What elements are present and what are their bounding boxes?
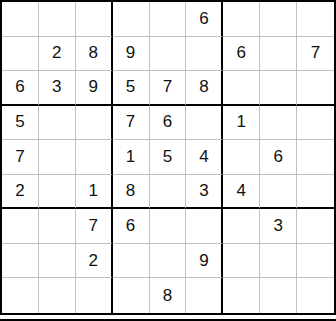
cell-r7c6[interactable] bbox=[186, 209, 223, 244]
cell-r1c8[interactable] bbox=[260, 2, 297, 37]
cell-r2c7[interactable]: 6 bbox=[223, 37, 260, 72]
cell-r9c6[interactable] bbox=[186, 278, 223, 313]
cell-r4c1[interactable]: 5 bbox=[2, 106, 39, 141]
cell-r6c3[interactable]: 1 bbox=[76, 175, 113, 210]
cell-r7c2[interactable] bbox=[39, 209, 76, 244]
cell-r3c8[interactable] bbox=[260, 71, 297, 106]
cell-r7c8[interactable]: 3 bbox=[260, 209, 297, 244]
cell-r3c7[interactable] bbox=[223, 71, 260, 106]
cell-r7c5[interactable] bbox=[150, 209, 187, 244]
cell-r1c4[interactable] bbox=[113, 2, 150, 37]
cell-r1c9[interactable] bbox=[297, 2, 334, 37]
cell-r3c4[interactable]: 5 bbox=[113, 71, 150, 106]
cell-r7c9[interactable] bbox=[297, 209, 334, 244]
cell-r8c9[interactable] bbox=[297, 244, 334, 279]
cell-r5c5[interactable]: 5 bbox=[150, 140, 187, 175]
cell-r6c6[interactable]: 3 bbox=[186, 175, 223, 210]
cell-r6c1[interactable]: 2 bbox=[2, 175, 39, 210]
cell-r5c7[interactable] bbox=[223, 140, 260, 175]
cell-r7c7[interactable] bbox=[223, 209, 260, 244]
cell-r3c5[interactable]: 7 bbox=[150, 71, 187, 106]
cell-r4c8[interactable] bbox=[260, 106, 297, 141]
cell-r1c1[interactable] bbox=[2, 2, 39, 37]
cell-r3c6[interactable]: 8 bbox=[186, 71, 223, 106]
cell-r3c3[interactable]: 9 bbox=[76, 71, 113, 106]
cell-r8c4[interactable] bbox=[113, 244, 150, 279]
cell-r2c2[interactable]: 2 bbox=[39, 37, 76, 72]
cell-r4c9[interactable] bbox=[297, 106, 334, 141]
cell-r9c4[interactable] bbox=[113, 278, 150, 313]
cell-r8c8[interactable] bbox=[260, 244, 297, 279]
cell-r4c5[interactable]: 6 bbox=[150, 106, 187, 141]
cell-r3c9[interactable] bbox=[297, 71, 334, 106]
cell-r1c2[interactable] bbox=[39, 2, 76, 37]
cell-r8c6[interactable]: 9 bbox=[186, 244, 223, 279]
cell-r6c2[interactable] bbox=[39, 175, 76, 210]
cell-r8c3[interactable]: 2 bbox=[76, 244, 113, 279]
cell-r9c2[interactable] bbox=[39, 278, 76, 313]
cell-r4c7[interactable]: 1 bbox=[223, 106, 260, 141]
cell-r6c4[interactable]: 8 bbox=[113, 175, 150, 210]
cell-r6c7[interactable]: 4 bbox=[223, 175, 260, 210]
cell-r6c8[interactable] bbox=[260, 175, 297, 210]
cell-r7c3[interactable]: 7 bbox=[76, 209, 113, 244]
sudoku-board: 62896763957857617154621834763298 bbox=[0, 0, 336, 315]
cell-r9c7[interactable] bbox=[223, 278, 260, 313]
cell-r9c9[interactable] bbox=[297, 278, 334, 313]
cell-r6c5[interactable] bbox=[150, 175, 187, 210]
cell-r5c4[interactable]: 1 bbox=[113, 140, 150, 175]
cell-r3c2[interactable]: 3 bbox=[39, 71, 76, 106]
cell-r9c5[interactable]: 8 bbox=[150, 278, 187, 313]
cell-r9c3[interactable] bbox=[76, 278, 113, 313]
cell-r5c1[interactable]: 7 bbox=[2, 140, 39, 175]
cell-r6c9[interactable] bbox=[297, 175, 334, 210]
cell-r2c3[interactable]: 8 bbox=[76, 37, 113, 72]
cell-r8c1[interactable] bbox=[2, 244, 39, 279]
cell-r5c2[interactable] bbox=[39, 140, 76, 175]
cell-r5c8[interactable]: 6 bbox=[260, 140, 297, 175]
cell-r2c9[interactable]: 7 bbox=[297, 37, 334, 72]
cell-r4c6[interactable] bbox=[186, 106, 223, 141]
cell-r8c5[interactable] bbox=[150, 244, 187, 279]
sudoku-screen: 62896763957857617154621834763298 bbox=[0, 0, 336, 321]
cell-r3c1[interactable]: 6 bbox=[2, 71, 39, 106]
cell-r7c1[interactable] bbox=[2, 209, 39, 244]
cell-r1c3[interactable] bbox=[76, 2, 113, 37]
cell-r9c1[interactable] bbox=[2, 278, 39, 313]
cell-r5c3[interactable] bbox=[76, 140, 113, 175]
cell-r1c6[interactable]: 6 bbox=[186, 2, 223, 37]
cell-r2c1[interactable] bbox=[2, 37, 39, 72]
cell-r2c8[interactable] bbox=[260, 37, 297, 72]
cell-r8c2[interactable] bbox=[39, 244, 76, 279]
cell-r7c4[interactable]: 6 bbox=[113, 209, 150, 244]
cell-r1c7[interactable] bbox=[223, 2, 260, 37]
cell-r5c9[interactable] bbox=[297, 140, 334, 175]
cell-r4c3[interactable] bbox=[76, 106, 113, 141]
cell-r4c4[interactable]: 7 bbox=[113, 106, 150, 141]
cell-r2c4[interactable]: 9 bbox=[113, 37, 150, 72]
cell-r2c5[interactable] bbox=[150, 37, 187, 72]
cell-r1c5[interactable] bbox=[150, 2, 187, 37]
cell-r8c7[interactable] bbox=[223, 244, 260, 279]
cell-r2c6[interactable] bbox=[186, 37, 223, 72]
cell-r4c2[interactable] bbox=[39, 106, 76, 141]
cell-r5c6[interactable]: 4 bbox=[186, 140, 223, 175]
cell-r9c8[interactable] bbox=[260, 278, 297, 313]
